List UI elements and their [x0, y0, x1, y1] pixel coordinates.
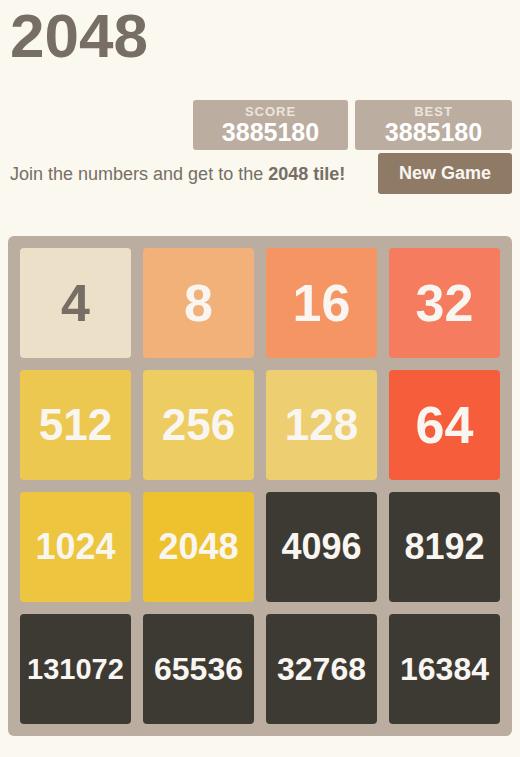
tagline-goal-text: 2048 tile!: [268, 164, 345, 184]
tile-512: 512: [20, 370, 131, 480]
tile-65536: 65536: [143, 614, 254, 724]
new-game-button[interactable]: New Game: [378, 153, 512, 194]
tile-16: 16: [266, 248, 377, 358]
tile-4: 4: [20, 248, 131, 358]
tile-8: 8: [143, 248, 254, 358]
tile-131072: 131072: [20, 614, 131, 724]
tagline: Join the numbers and get to the 2048 til…: [10, 163, 345, 186]
tile-2048: 2048: [143, 492, 254, 602]
tile-4096: 4096: [266, 492, 377, 602]
score-value: 3885180: [222, 119, 319, 147]
game-title: 2048: [10, 0, 148, 71]
tile-256: 256: [143, 370, 254, 480]
tile-128: 128: [266, 370, 377, 480]
score-label: SCORE: [245, 105, 296, 119]
tile-8192: 8192: [389, 492, 500, 602]
tile-16384: 16384: [389, 614, 500, 724]
best-value: 3885180: [385, 119, 482, 147]
best-label: BEST: [414, 105, 453, 119]
tile-1024: 1024: [20, 492, 131, 602]
tile-32: 32: [389, 248, 500, 358]
best-score-box: BEST 3885180: [355, 100, 512, 150]
tile-64: 64: [389, 370, 500, 480]
tile-32768: 32768: [266, 614, 377, 724]
score-box: SCORE 3885180: [193, 100, 348, 150]
tagline-text: Join the numbers and get to the: [10, 164, 268, 184]
game-page: 2048 SCORE 3885180 BEST 3885180 Join the…: [0, 0, 520, 757]
board-grid[interactable]: 4816325122561286410242048409681921310726…: [8, 236, 512, 736]
